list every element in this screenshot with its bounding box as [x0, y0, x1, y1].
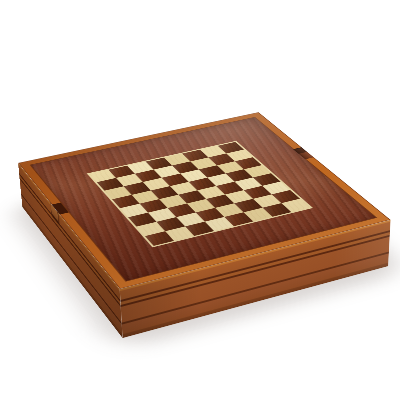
board-square: [224, 212, 253, 226]
board-square: [180, 169, 207, 181]
board-square: [140, 199, 168, 212]
board-square: [108, 166, 134, 178]
board-square: [281, 199, 310, 212]
board-square: [196, 208, 225, 222]
board-square: [124, 182, 151, 195]
board-square: [148, 208, 176, 222]
board-square: [120, 204, 148, 218]
board-square: [151, 186, 178, 199]
board-square: [104, 186, 131, 199]
board-square: [235, 177, 263, 190]
board-square: [156, 217, 185, 231]
chess-box-scene: [0, 0, 400, 400]
board-square: [178, 190, 206, 203]
board-square: [135, 170, 162, 182]
board-square: [172, 161, 199, 173]
board-square: [207, 173, 234, 186]
board-square: [154, 165, 181, 177]
board-square: [143, 178, 170, 191]
product-photo-stage: [0, 0, 400, 400]
board-square: [145, 231, 174, 246]
board-square: [116, 174, 143, 187]
board-square: [244, 186, 272, 199]
board-square: [216, 182, 244, 195]
board-square: [197, 186, 225, 199]
board-square: [185, 222, 214, 236]
board-square: [226, 169, 253, 181]
board-square: [189, 178, 216, 191]
board-square: [199, 165, 226, 177]
board-square: [128, 213, 156, 227]
board-square: [136, 222, 165, 236]
board-square: [112, 195, 140, 208]
board-square: [159, 195, 187, 208]
board-square: [170, 182, 197, 195]
board-square: [127, 162, 153, 174]
board-square: [234, 199, 262, 212]
board-square: [263, 203, 292, 217]
board-square: [162, 174, 189, 187]
chess-box: [18, 112, 391, 289]
board-square: [132, 190, 160, 203]
board-square: [225, 190, 253, 203]
board-square: [253, 173, 281, 186]
board-square: [97, 178, 124, 191]
board-square: [262, 182, 290, 195]
board-square: [244, 208, 273, 222]
board-square: [217, 161, 244, 173]
board-square: [176, 212, 205, 226]
board-square: [187, 199, 215, 212]
board-square: [244, 165, 271, 177]
board-square: [253, 194, 281, 207]
board-square: [206, 195, 234, 208]
board-square: [205, 217, 234, 231]
board-square: [168, 203, 196, 217]
board-square: [272, 190, 300, 203]
board-square: [165, 226, 194, 240]
board-square: [89, 170, 116, 182]
board-square: [215, 203, 243, 217]
